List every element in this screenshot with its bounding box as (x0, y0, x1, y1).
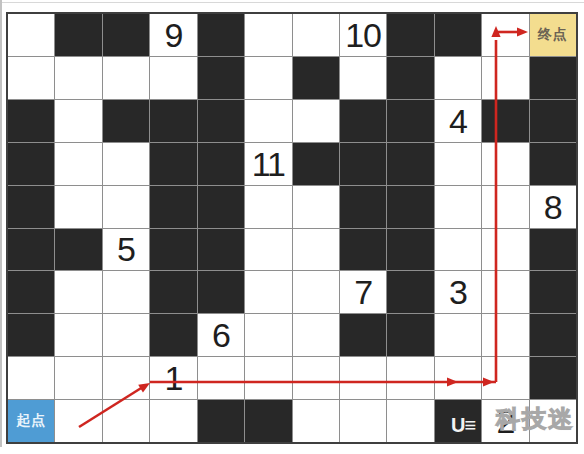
cell-r4c3 (150, 186, 196, 228)
cell-r6c6 (293, 271, 339, 313)
cell-r6c11 (530, 271, 576, 313)
cell-r9c6 (293, 400, 339, 442)
cell-r4c11: 8 (530, 186, 576, 228)
cell-r6c3 (150, 271, 196, 313)
cell-number: 6 (212, 318, 230, 352)
cell-r6c7: 7 (340, 271, 386, 313)
cell-r5c8 (387, 229, 433, 271)
cell-r8c5 (245, 357, 291, 399)
cell-number: 11 (252, 147, 285, 181)
cell-r1c3 (150, 57, 196, 99)
cell-r3c10 (482, 143, 528, 185)
cell-r2c11 (530, 100, 576, 142)
cell-r2c1 (55, 100, 101, 142)
cell-number: 10 (345, 18, 381, 52)
cell-r2c9: 4 (435, 100, 481, 142)
cell-r5c0 (8, 229, 54, 271)
cell-r3c9 (435, 143, 481, 185)
cell-r8c1 (55, 357, 101, 399)
cell-r4c7 (340, 186, 386, 228)
cell-r3c1 (55, 143, 101, 185)
cell-r5c7 (340, 229, 386, 271)
cell-r2c10 (482, 100, 528, 142)
cell-r1c8 (387, 57, 433, 99)
cell-r5c4 (198, 229, 244, 271)
cell-r1c4 (198, 57, 244, 99)
start-cell: 起点 (8, 400, 54, 442)
cell-r7c11 (530, 314, 576, 356)
cell-r1c1 (55, 57, 101, 99)
cell-r0c9 (435, 14, 481, 56)
cell-r1c10 (482, 57, 528, 99)
page-left-edge (0, 0, 2, 447)
cell-r3c8 (387, 143, 433, 185)
cell-r0c7: 10 (340, 14, 386, 56)
cell-number: 5 (117, 232, 135, 266)
cell-r7c3 (150, 314, 196, 356)
cell-r7c0 (8, 314, 54, 356)
cell-r5c1 (55, 229, 101, 271)
page-top-divider (0, 2, 584, 3)
cell-r7c1 (55, 314, 101, 356)
cell-r2c2 (103, 100, 149, 142)
cell-number: 8 (544, 190, 562, 224)
cell-r8c9 (435, 357, 481, 399)
cell-r0c0 (8, 14, 54, 56)
cell-r0c2 (103, 14, 149, 56)
cell-r7c7 (340, 314, 386, 356)
cell-r4c6 (293, 186, 339, 228)
cell-r5c10 (482, 229, 528, 271)
cell-r3c3 (150, 143, 196, 185)
cell-r2c6 (293, 100, 339, 142)
cell-r9c2 (103, 400, 149, 442)
cell-r7c9 (435, 314, 481, 356)
cell-r8c4 (198, 357, 244, 399)
cell-r6c9: 3 (435, 271, 481, 313)
cell-r6c8 (387, 271, 433, 313)
cell-r2c4 (198, 100, 244, 142)
cell-r5c11 (530, 229, 576, 271)
cell-r4c2 (103, 186, 149, 228)
cell-r3c4 (198, 143, 244, 185)
maze-grid: 910终点411857361起点2 (6, 12, 578, 444)
cell-r7c10 (482, 314, 528, 356)
cell-r1c2 (103, 57, 149, 99)
cell-r6c4 (198, 271, 244, 313)
cell-r8c10 (482, 357, 528, 399)
cell-r5c6 (293, 229, 339, 271)
cell-r1c5 (245, 57, 291, 99)
cell-r8c8 (387, 357, 433, 399)
cell-r4c4 (198, 186, 244, 228)
cell-r8c6 (293, 357, 339, 399)
cell-r7c5 (245, 314, 291, 356)
cell-r0c8 (387, 14, 433, 56)
cell-r0c1 (55, 14, 101, 56)
cell-r3c6 (293, 143, 339, 185)
end-cell: 终点 (530, 14, 576, 56)
cell-r4c10 (482, 186, 528, 228)
cell-r5c2: 5 (103, 229, 149, 271)
cell-r8c2 (103, 357, 149, 399)
cell-r7c2 (103, 314, 149, 356)
cell-number: 9 (164, 18, 182, 52)
cell-number: 4 (449, 104, 467, 138)
cell-r3c0 (8, 143, 54, 185)
cell-r2c7 (340, 100, 386, 142)
cell-r5c3 (150, 229, 196, 271)
cell-r9c7 (340, 400, 386, 442)
cell-number: 1 (164, 361, 182, 395)
cell-r9c10: 2 (482, 400, 528, 442)
cell-r2c5 (245, 100, 291, 142)
cell-r9c4 (198, 400, 244, 442)
end-label: 终点 (538, 26, 568, 44)
cell-r1c6 (293, 57, 339, 99)
cell-r2c8 (387, 100, 433, 142)
cell-r5c5 (245, 229, 291, 271)
cell-r6c5 (245, 271, 291, 313)
cell-r0c6 (293, 14, 339, 56)
cell-r0c10 (482, 14, 528, 56)
cell-r8c3: 1 (150, 357, 196, 399)
cell-r9c1 (55, 400, 101, 442)
cell-r7c8 (387, 314, 433, 356)
cell-r8c11 (530, 357, 576, 399)
cell-r8c0 (8, 357, 54, 399)
cell-r4c9 (435, 186, 481, 228)
cell-r9c9 (435, 400, 481, 442)
cell-r3c5: 11 (245, 143, 291, 185)
cell-r9c8 (387, 400, 433, 442)
cell-r1c0 (8, 57, 54, 99)
cell-number: 2 (496, 404, 514, 438)
cell-r9c3 (150, 400, 196, 442)
cell-r4c1 (55, 186, 101, 228)
cell-r8c7 (340, 357, 386, 399)
cell-r6c1 (55, 271, 101, 313)
cell-r1c9 (435, 57, 481, 99)
cell-r1c11 (530, 57, 576, 99)
cell-r9c11 (530, 400, 576, 442)
cell-number: 7 (354, 275, 372, 309)
cell-r4c8 (387, 186, 433, 228)
cell-r2c0 (8, 100, 54, 142)
cell-r3c2 (103, 143, 149, 185)
cell-r1c7 (340, 57, 386, 99)
cell-r6c10 (482, 271, 528, 313)
cell-r3c11 (530, 143, 576, 185)
cell-r2c3 (150, 100, 196, 142)
cell-r9c5 (245, 400, 291, 442)
cell-r0c5 (245, 14, 291, 56)
cell-r7c6 (293, 314, 339, 356)
cell-r7c4: 6 (198, 314, 244, 356)
cell-r5c9 (435, 229, 481, 271)
start-label: 起点 (16, 412, 46, 430)
cell-r0c3: 9 (150, 14, 196, 56)
cell-r4c0 (8, 186, 54, 228)
cell-r0c4 (198, 14, 244, 56)
cell-r6c0 (8, 271, 54, 313)
cell-number: 3 (449, 275, 467, 309)
cell-r4c5 (245, 186, 291, 228)
cell-r6c2 (103, 271, 149, 313)
cell-r3c7 (340, 143, 386, 185)
